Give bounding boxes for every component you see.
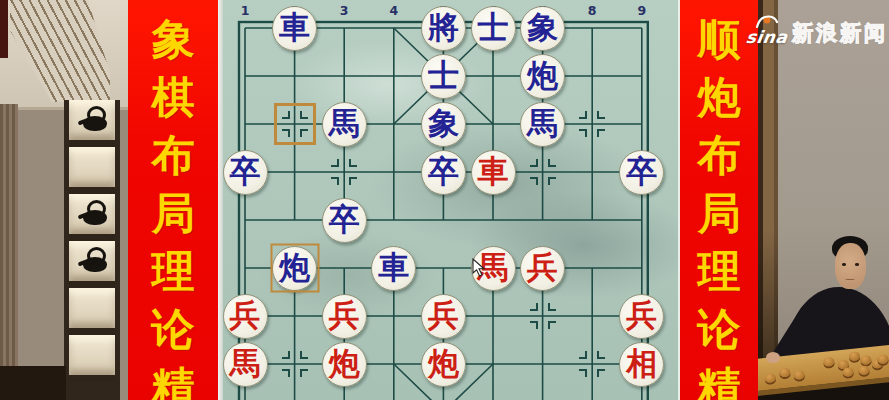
piece-red-elephant[interactable]: 相 <box>619 342 664 387</box>
teapot-icon <box>83 210 107 225</box>
piece-red-chariot[interactable]: 車 <box>471 150 516 195</box>
banner-char: 棋 <box>152 76 195 118</box>
piece-red-horse[interactable]: 馬 <box>223 342 268 387</box>
xiangqi-board[interactable]: 123456789車將士象士炮馬象馬卒卒車卒卒炮車馬兵兵兵兵兵馬炮炮相 <box>218 0 680 400</box>
piece-red-soldier[interactable]: 兵 <box>322 294 367 339</box>
piece-black-advisor[interactable]: 士 <box>471 6 516 51</box>
floor <box>0 366 66 400</box>
sina-brand-text: sina <box>745 27 789 47</box>
piece-black-general[interactable]: 將 <box>421 6 466 51</box>
piece-black-horse[interactable]: 馬 <box>322 102 367 147</box>
shelf-niche <box>69 194 115 241</box>
banner-char: 局 <box>698 192 741 234</box>
piece-black-cannon[interactable]: 炮 <box>520 54 565 99</box>
shelf-niche <box>69 100 115 147</box>
presenter-eye <box>855 263 859 266</box>
teapot-icon <box>83 257 107 272</box>
wooden-piece-icon <box>779 367 791 377</box>
board-left-border <box>218 0 223 400</box>
presenter-mouth <box>845 277 855 280</box>
sina-logo: sina 新浪新闻 <box>746 13 888 47</box>
teapot-icon <box>83 116 107 131</box>
point-marker <box>530 303 556 329</box>
sina-news-text: 新浪新闻 <box>792 19 888 47</box>
banner-char: 布 <box>698 134 741 176</box>
shelf-column <box>64 100 120 400</box>
point-marker <box>579 111 605 137</box>
piece-red-soldier[interactable]: 兵 <box>421 294 466 339</box>
wooden-piece-icon <box>858 365 870 375</box>
banner-char: 论 <box>152 308 195 350</box>
banner-char: 理 <box>152 250 195 292</box>
column-label: 4 <box>389 3 398 18</box>
presenter-head <box>835 243 866 289</box>
piece-black-soldier[interactable]: 卒 <box>223 150 268 195</box>
column-label: 9 <box>637 3 646 18</box>
wooden-piece-icon <box>764 373 776 383</box>
shelf-niche <box>69 241 115 288</box>
point-marker <box>331 159 357 185</box>
piece-red-soldier[interactable]: 兵 <box>619 294 664 339</box>
piece-black-elephant[interactable]: 象 <box>421 102 466 147</box>
move-highlight-to <box>270 244 319 293</box>
piece-black-soldier[interactable]: 卒 <box>322 198 367 243</box>
piece-red-soldier[interactable]: 兵 <box>223 294 268 339</box>
banner-char: 理 <box>698 250 741 292</box>
presenter-eye <box>842 263 846 266</box>
shelf-niche <box>69 288 115 335</box>
piece-red-cannon[interactable]: 炮 <box>421 342 466 387</box>
sina-eye-icon: sina <box>746 13 784 47</box>
shelf-niche <box>69 147 115 194</box>
banner-char: 布 <box>152 134 195 176</box>
piece-black-elephant[interactable]: 象 <box>520 6 565 51</box>
piece-red-soldier[interactable]: 兵 <box>520 246 565 291</box>
piece-black-soldier[interactable]: 卒 <box>421 150 466 195</box>
banner-char: 精 <box>698 366 741 400</box>
column-label: 3 <box>340 3 349 18</box>
banner-char: 顺 <box>698 18 741 60</box>
video-frame: 象棋布局理论精 顺炮布局理论精 123456789車將士象士炮馬象馬卒卒車卒卒炮… <box>0 0 889 400</box>
wood-slat-wall <box>0 104 18 368</box>
left-banner: 象棋布局理论精 <box>128 0 218 400</box>
piece-black-chariot[interactable]: 車 <box>371 246 416 291</box>
wooden-piece-icon <box>842 367 854 377</box>
banner-char: 炮 <box>698 76 741 118</box>
piece-black-soldier[interactable]: 卒 <box>619 150 664 195</box>
column-label: 1 <box>241 3 250 18</box>
presenter-hand <box>766 352 780 363</box>
wooden-piece-icon <box>823 357 835 367</box>
piece-red-cannon[interactable]: 炮 <box>322 342 367 387</box>
shelf-niche <box>69 335 115 382</box>
wooden-piece-icon <box>848 351 860 361</box>
wooden-piece-icon <box>860 355 872 365</box>
point-marker <box>282 351 308 377</box>
banner-char: 精 <box>152 366 195 400</box>
piece-black-advisor[interactable]: 士 <box>421 54 466 99</box>
piece-black-chariot[interactable]: 車 <box>272 6 317 51</box>
move-highlight-from <box>274 103 316 145</box>
tea-room-scene <box>0 0 128 400</box>
mouse-cursor <box>472 258 486 282</box>
presenter-scene <box>758 0 889 400</box>
wood-pillar <box>758 0 778 400</box>
point-marker <box>579 351 605 377</box>
piece-black-horse[interactable]: 馬 <box>520 102 565 147</box>
wooden-piece-icon <box>793 370 805 380</box>
point-marker <box>530 159 556 185</box>
column-label: 8 <box>588 3 597 18</box>
corner-shadow <box>0 0 8 58</box>
wooden-piece-icon <box>877 354 889 364</box>
banner-char: 象 <box>152 18 195 60</box>
banner-char: 论 <box>698 308 741 350</box>
banner-char: 局 <box>152 192 195 234</box>
right-banner: 顺炮布局理论精 <box>680 0 758 400</box>
